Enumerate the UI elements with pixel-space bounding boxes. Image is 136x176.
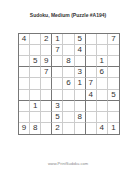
sudoku-cell-r8c1 (19, 112, 30, 123)
sudoku-cell-r3c3: 9 (41, 56, 52, 67)
sudoku-cell-r6c8 (97, 90, 108, 101)
sudoku-cell-r8c5 (63, 112, 74, 123)
sudoku-cell-r5c4 (52, 78, 63, 89)
sudoku-cell-r1c4: 1 (52, 34, 63, 45)
sudoku-cell-r1c6: 5 (75, 34, 86, 45)
sudoku-cell-r1c5 (63, 34, 74, 45)
sudoku-cell-r6c4 (52, 90, 63, 101)
sudoku-board: 4215774598173661745135898241 (18, 33, 120, 135)
sudoku-cell-r2c1 (19, 45, 30, 56)
sudoku-cell-r1c3: 2 (41, 34, 52, 45)
sudoku-cell-r5c9 (108, 78, 119, 89)
sudoku-cell-r3c7 (86, 56, 97, 67)
sudoku-cell-r5c1 (19, 78, 30, 89)
sudoku-cell-r6c9: 5 (108, 90, 119, 101)
sudoku-cell-r7c6 (75, 101, 86, 112)
sudoku-cell-r8c4: 5 (52, 112, 63, 123)
sudoku-cell-r6c5 (63, 90, 74, 101)
sudoku-cell-r5c5: 6 (63, 78, 74, 89)
sudoku-cell-r8c3 (41, 112, 52, 123)
sudoku-cell-r8c2 (30, 112, 41, 123)
sudoku-cell-r3c8: 1 (97, 56, 108, 67)
sudoku-cell-r1c2 (30, 34, 41, 45)
sudoku-cell-r4c4 (52, 67, 63, 78)
sudoku-cell-r7c7 (86, 101, 97, 112)
sudoku-cell-r9c3 (41, 123, 52, 134)
sudoku-cell-r8c6: 8 (75, 112, 86, 123)
sudoku-cell-r2c9 (108, 45, 119, 56)
sudoku-cell-r2c2 (30, 45, 41, 56)
sudoku-cell-r1c7 (86, 34, 97, 45)
sudoku-cell-r4c8: 6 (97, 67, 108, 78)
sudoku-cell-r7c5 (63, 101, 74, 112)
sudoku-cell-r6c1 (19, 90, 30, 101)
sudoku-cell-r6c6 (75, 90, 86, 101)
sudoku-cell-r2c7 (86, 45, 97, 56)
sudoku-cell-r9c8: 4 (97, 123, 108, 134)
sudoku-cell-r1c9: 7 (108, 34, 119, 45)
sudoku-cell-r3c9 (108, 56, 119, 67)
sudoku-cell-r4c1 (19, 67, 30, 78)
sudoku-cell-r2c5 (63, 45, 74, 56)
sudoku-cell-r3c6 (75, 56, 86, 67)
sudoku-cell-r2c6: 4 (75, 45, 86, 56)
footer-site-url: www.PrintSudoku.com (0, 161, 136, 166)
sudoku-cell-r9c5 (63, 123, 74, 134)
sudoku-cell-r4c6: 3 (75, 67, 86, 78)
sudoku-cell-r9c1: 9 (19, 123, 30, 134)
sudoku-cell-r7c9 (108, 101, 119, 112)
sudoku-cell-r2c8 (97, 45, 108, 56)
sudoku-cell-r6c7: 4 (86, 90, 97, 101)
sudoku-cell-r7c3 (41, 101, 52, 112)
sudoku-cell-r7c2: 1 (30, 101, 41, 112)
sudoku-cell-r4c9 (108, 67, 119, 78)
sudoku-cell-r6c2 (30, 90, 41, 101)
sudoku-cell-r8c9 (108, 112, 119, 123)
page-title: Sudoku, Medium (Puzzle #A194) (0, 12, 136, 18)
sudoku-cell-r4c3: 7 (41, 67, 52, 78)
sudoku-cell-r8c7 (86, 112, 97, 123)
sudoku-cell-r8c8 (97, 112, 108, 123)
sudoku-cell-r4c5 (63, 67, 74, 78)
sudoku-cell-r9c6 (75, 123, 86, 134)
sudoku-cell-r9c9: 1 (108, 123, 119, 134)
sudoku-cell-r5c3 (41, 78, 52, 89)
sudoku-cell-r3c5: 8 (63, 56, 74, 67)
sudoku-cell-r4c2 (30, 67, 41, 78)
sudoku-cell-r4c7 (86, 67, 97, 78)
sudoku-cell-r6c3 (41, 90, 52, 101)
sudoku-cell-r3c2: 5 (30, 56, 41, 67)
puzzle-page: Sudoku, Medium (Puzzle #A194) 4215774598… (0, 0, 136, 176)
sudoku-cell-r5c2 (30, 78, 41, 89)
sudoku-cell-r5c7: 7 (86, 78, 97, 89)
sudoku-cell-r7c1 (19, 101, 30, 112)
sudoku-cell-r3c1 (19, 56, 30, 67)
sudoku-cell-r7c8 (97, 101, 108, 112)
sudoku-cell-r9c7 (86, 123, 97, 134)
sudoku-cell-r7c4: 3 (52, 101, 63, 112)
sudoku-cell-r1c1: 4 (19, 34, 30, 45)
sudoku-cell-r2c4: 7 (52, 45, 63, 56)
sudoku-cell-r9c2: 8 (30, 123, 41, 134)
sudoku-cell-r9c4: 2 (52, 123, 63, 134)
sudoku-cell-r5c8 (97, 78, 108, 89)
sudoku-cell-r3c4 (52, 56, 63, 67)
sudoku-cell-r2c3 (41, 45, 52, 56)
sudoku-cell-r5c6: 1 (75, 78, 86, 89)
sudoku-cell-r1c8 (97, 34, 108, 45)
